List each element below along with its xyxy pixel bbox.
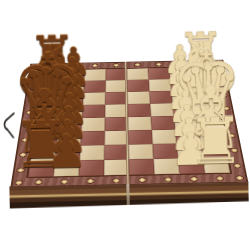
board-square <box>203 157 230 173</box>
board-square <box>169 67 192 79</box>
board-square <box>55 146 80 161</box>
board-square <box>83 80 105 92</box>
board-square <box>129 144 154 159</box>
border-corner-rosette <box>31 64 41 69</box>
board-square <box>81 117 105 131</box>
border-corner-rosette <box>212 60 223 65</box>
board-square <box>58 118 82 132</box>
board-square <box>195 102 220 115</box>
board-square <box>128 104 151 117</box>
board-square <box>79 160 105 176</box>
board-square <box>128 117 152 131</box>
board-square <box>32 132 57 147</box>
board-square <box>175 129 200 144</box>
border-corner-rosette <box>233 174 246 182</box>
chess-board <box>10 60 248 188</box>
board-square <box>177 143 203 158</box>
board-square <box>150 103 174 116</box>
board-square <box>28 161 55 177</box>
box-hinge-gap <box>126 184 129 206</box>
board-square <box>149 79 172 91</box>
board-square <box>201 143 228 158</box>
board-square <box>173 103 197 116</box>
board-square <box>53 160 79 176</box>
board-square <box>153 158 179 174</box>
board-square <box>60 93 83 106</box>
border-corner-rosette <box>12 179 25 187</box>
board-square <box>40 81 63 93</box>
board-square <box>56 131 81 146</box>
board-square <box>41 70 64 82</box>
chess-set-photo: ♜♟♟♜♞♟♟♞♝♟♟♝♚♟♟♚♛♟♟♛♝♟♟♝♞♟♟♞♜♟♟♜ <box>0 0 250 250</box>
board-square <box>199 129 225 144</box>
board-square <box>63 70 85 82</box>
board-square <box>59 105 83 118</box>
board-square <box>178 158 205 174</box>
board-square <box>127 68 149 80</box>
board-square <box>151 116 175 130</box>
board-square <box>128 130 152 145</box>
board-square <box>80 131 104 146</box>
board-square <box>36 106 60 119</box>
board-square <box>174 116 199 130</box>
board-square <box>84 69 106 81</box>
board-square <box>148 68 170 80</box>
board-square <box>171 90 195 103</box>
board-square <box>127 80 149 92</box>
board-square <box>152 129 177 144</box>
board-square <box>190 67 213 79</box>
chess-set: ♜♟♟♜♞♟♟♞♝♟♟♝♚♟♟♚♛♟♟♛♝♟♟♝♞♟♟♞♜♟♟♜ <box>0 0 250 250</box>
board-square <box>192 78 216 90</box>
board-square <box>30 146 56 161</box>
board-square <box>197 115 222 129</box>
board-square <box>80 145 105 160</box>
board-square <box>170 79 193 91</box>
board-square <box>83 92 106 105</box>
board-square <box>62 81 85 93</box>
board-square <box>127 91 150 104</box>
board-grid <box>28 67 230 177</box>
board-square <box>153 144 179 159</box>
board-square <box>34 118 59 132</box>
latch-hook-icon <box>0 110 18 140</box>
board-square <box>82 105 105 118</box>
board-square <box>193 90 217 103</box>
board-square <box>149 91 172 104</box>
board-square <box>38 93 62 106</box>
board-square <box>129 159 155 175</box>
